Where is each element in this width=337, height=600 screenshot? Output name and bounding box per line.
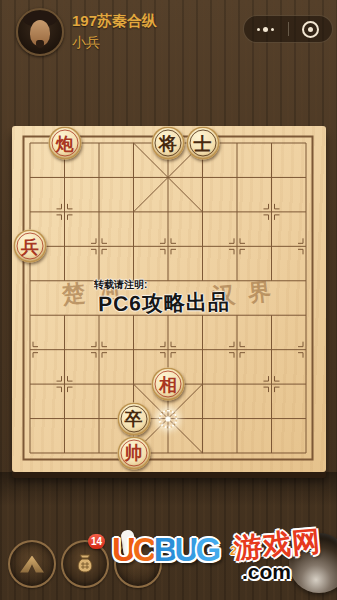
close-button[interactable] xyxy=(289,16,333,42)
logo-year-text: 20 xyxy=(230,543,244,558)
piece-black-general[interactable]: 将 xyxy=(152,127,185,160)
move-highlight-sparkle xyxy=(159,409,178,428)
more-dots-icon xyxy=(271,28,274,31)
logo-letter: G xyxy=(195,531,218,569)
collapse-menu-button[interactable] xyxy=(8,540,56,588)
footer-bar: 14 UCBUG 20 游戏网 .com xyxy=(0,536,337,600)
piece-char: 卒 xyxy=(125,410,143,428)
watermark-brand: PC6攻略出品 xyxy=(98,288,230,318)
piece-char: 士 xyxy=(194,134,212,152)
level-difficulty: 小兵 xyxy=(72,34,100,52)
board-shadow xyxy=(0,472,337,506)
piece-char: 相 xyxy=(159,375,177,393)
more-options-button[interactable] xyxy=(244,16,288,42)
piece-red-soldier[interactable]: 兵 xyxy=(14,230,47,263)
tool-button[interactable] xyxy=(114,540,162,588)
piece-char: 炮 xyxy=(56,134,74,152)
piece-char: 兵 xyxy=(21,237,39,255)
piece-black-soldier[interactable]: 卒 xyxy=(117,402,150,435)
money-bag-icon xyxy=(72,551,98,577)
header: 197苏秦合纵 小兵 xyxy=(0,0,337,60)
avatar-beard xyxy=(36,40,44,48)
level-title: 197苏秦合纵 xyxy=(72,12,157,31)
piece-red-general[interactable]: 帅 xyxy=(117,436,150,469)
chevron-up-icon xyxy=(20,556,44,573)
piece-red-cannon[interactable]: 炮 xyxy=(48,127,81,160)
more-dots-icon xyxy=(257,28,260,31)
more-dots-icon xyxy=(263,27,268,32)
logo-letter: U xyxy=(175,531,196,569)
hint-count-badge: 14 xyxy=(88,534,105,549)
logo-domain-text: .com xyxy=(242,560,291,584)
piece-char: 将 xyxy=(159,134,177,152)
menu-orb-button[interactable] xyxy=(289,533,337,593)
xiangqi-board[interactable]: 楚河 汉界 炮将士兵相卒帅 转载请注明: PC6攻略出品 xyxy=(12,126,326,472)
close-circle-icon xyxy=(302,21,319,38)
piece-red-elephant[interactable]: 相 xyxy=(152,368,185,401)
player-avatar[interactable] xyxy=(16,8,64,56)
miniprogram-capsule xyxy=(243,15,333,43)
piece-black-advisor[interactable]: 士 xyxy=(186,127,219,160)
piece-char: 帅 xyxy=(125,444,143,462)
